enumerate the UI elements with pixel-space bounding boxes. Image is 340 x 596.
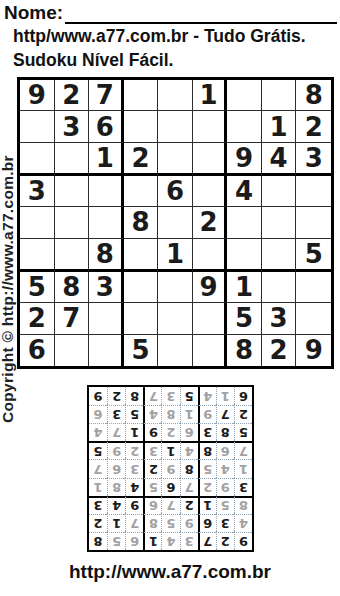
solution-cell: 8 <box>161 405 179 423</box>
solution-cell: 8 <box>125 387 143 405</box>
solution-cell: 8 <box>198 441 216 459</box>
solution-cell: 9 <box>107 441 125 459</box>
solution-cell: 3 <box>125 459 143 477</box>
puzzle-cell: 8 <box>124 207 159 238</box>
puzzle-cell[interactable] <box>124 303 159 334</box>
solution-cell: 6 <box>125 532 143 550</box>
solution-cell: 3 <box>143 441 161 459</box>
solution-cell: 2 <box>89 514 107 532</box>
puzzle-cell[interactable] <box>55 207 90 238</box>
puzzle-cell[interactable] <box>262 80 297 111</box>
puzzle-cell[interactable] <box>124 80 159 111</box>
puzzle-cell: 2 <box>296 111 331 142</box>
puzzle-cell: 9 <box>193 272 228 303</box>
puzzle-cell[interactable] <box>262 207 297 238</box>
puzzle-cell[interactable] <box>193 176 228 207</box>
solution-cell: 7 <box>125 514 143 532</box>
solution-cell: 9 <box>198 405 216 423</box>
puzzle-cell: 8 <box>296 80 331 111</box>
puzzle-cell[interactable] <box>158 335 193 366</box>
puzzle-cell: 1 <box>262 111 297 142</box>
solution-cell: 5 <box>125 405 143 423</box>
puzzle-cell[interactable] <box>296 176 331 207</box>
puzzle-cell[interactable] <box>262 272 297 303</box>
puzzle-cell: 4 <box>262 143 297 176</box>
solution-cell: 4 <box>143 405 161 423</box>
solution-cell: 3 <box>161 387 179 405</box>
puzzle-cell[interactable] <box>296 207 331 238</box>
solution-cell: 9 <box>125 496 143 514</box>
puzzle-cell: 2 <box>55 80 90 111</box>
solution-cell: 6 <box>161 478 179 496</box>
puzzle-cell: 2 <box>20 303 55 334</box>
puzzle-cell[interactable] <box>193 111 228 142</box>
solution-cell: 7 <box>107 423 125 441</box>
solution-cell: 5 <box>198 459 216 477</box>
puzzle-cell: 7 <box>55 303 90 334</box>
solution-cell: 5 <box>143 478 161 496</box>
solution-cell: 8 <box>143 514 161 532</box>
solution-cell: 2 <box>180 496 198 514</box>
puzzle-cell: 3 <box>296 143 331 176</box>
solution-cell: 6 <box>234 387 252 405</box>
solution-cell: 1 <box>216 387 234 405</box>
solution-cell: 5 <box>180 387 198 405</box>
solution-cell: 8 <box>216 423 234 441</box>
puzzle-cell: 1 <box>89 143 124 176</box>
puzzle-cell[interactable] <box>262 239 297 272</box>
puzzle-cell[interactable] <box>262 176 297 207</box>
solution-cell: 8 <box>107 478 125 496</box>
solution-cell: 7 <box>234 441 252 459</box>
solution-cell: 4 <box>234 514 252 532</box>
puzzle-cell: 5 <box>124 335 159 366</box>
puzzle-cell[interactable] <box>55 143 90 176</box>
puzzle-cell: 5 <box>227 303 262 334</box>
puzzle-cell[interactable] <box>193 303 228 334</box>
copyright-vertical: Copyright © http://www.a77.com.br <box>0 129 17 449</box>
puzzle-cell[interactable] <box>296 272 331 303</box>
solution-cell: 7 <box>216 405 234 423</box>
puzzle-cell[interactable] <box>20 207 55 238</box>
solution-cell: 7 <box>198 532 216 550</box>
solution-cell: 3 <box>198 423 216 441</box>
puzzle-cell: 8 <box>227 335 262 366</box>
solution-cell: 7 <box>180 478 198 496</box>
solution-cell: 9 <box>234 532 252 550</box>
puzzle-cell[interactable] <box>55 335 90 366</box>
solution-cell: 4 <box>180 441 198 459</box>
puzzle-cell[interactable] <box>227 80 262 111</box>
puzzle-cell: 1 <box>158 239 193 272</box>
solution-cell: 6 <box>198 514 216 532</box>
puzzle-cell[interactable] <box>158 272 193 303</box>
puzzle-cell[interactable] <box>20 111 55 142</box>
solution-cell: 9 <box>89 387 107 405</box>
puzzle-cell: 3 <box>89 272 124 303</box>
solution-cell: 6 <box>180 423 198 441</box>
solution-cell: 8 <box>180 459 198 477</box>
puzzle-cell[interactable] <box>55 176 90 207</box>
solution-cell: 7 <box>143 387 161 405</box>
puzzle-cell[interactable] <box>193 239 228 272</box>
solution-cell: 4 <box>107 496 125 514</box>
solution-cell: 2 <box>161 423 179 441</box>
solution-cell: 1 <box>107 514 125 532</box>
puzzle-cell[interactable] <box>158 111 193 142</box>
puzzle-cell: 2 <box>262 335 297 366</box>
puzzle-cell[interactable] <box>20 239 55 272</box>
solution-cell: 3 <box>107 405 125 423</box>
solution-cell: 9 <box>180 514 198 532</box>
solution-cell: 3 <box>180 532 198 550</box>
solution-cell: 2 <box>143 459 161 477</box>
puzzle-cell[interactable] <box>89 303 124 334</box>
solution-cell: 6 <box>216 441 234 459</box>
puzzle-cell[interactable] <box>124 111 159 142</box>
puzzle-cell[interactable] <box>296 303 331 334</box>
puzzle-cell[interactable] <box>158 143 193 176</box>
solution-cell: 9 <box>161 459 179 477</box>
puzzle-cell: 6 <box>89 111 124 142</box>
name-label: Nome: <box>4 2 63 24</box>
solution-cell: 8 <box>234 496 252 514</box>
puzzle-cell[interactable] <box>124 272 159 303</box>
solution-cell: 4 <box>216 459 234 477</box>
solution-cell: 2 <box>198 478 216 496</box>
puzzle-cell[interactable] <box>193 143 228 176</box>
difficulty-line: Sudoku Nível Fácil. <box>13 50 173 71</box>
solution-cell: 2 <box>234 405 252 423</box>
puzzle-cell[interactable] <box>124 176 159 207</box>
puzzle-cell[interactable] <box>20 143 55 176</box>
puzzle-cell: 1 <box>227 272 262 303</box>
puzzle-cell[interactable] <box>55 239 90 272</box>
puzzle-cell: 9 <box>227 143 262 176</box>
solution-cell: 1 <box>161 441 179 459</box>
name-row: Nome: <box>4 1 337 24</box>
solution-cell: 6 <box>89 405 107 423</box>
puzzle-cell[interactable] <box>193 335 228 366</box>
solution-cell: 1 <box>125 423 143 441</box>
solution-cell: 3 <box>216 514 234 532</box>
solution-cell: 1 <box>198 496 216 514</box>
puzzle-cell[interactable] <box>227 207 262 238</box>
puzzle-cell[interactable] <box>124 239 159 272</box>
puzzle-cell[interactable] <box>158 303 193 334</box>
solution-cell: 5 <box>234 423 252 441</box>
puzzle-cell[interactable] <box>227 111 262 142</box>
solution-cell: 5 <box>89 441 107 459</box>
puzzle-cell: 5 <box>20 272 55 303</box>
solution-cell: 3 <box>234 478 252 496</box>
solution-cell: 5 <box>161 514 179 532</box>
solution-cell: 7 <box>161 496 179 514</box>
solution-cell: 6 <box>143 496 161 514</box>
puzzle-cell[interactable] <box>89 207 124 238</box>
puzzle-cell: 2 <box>193 207 228 238</box>
puzzle-cell: 8 <box>55 272 90 303</box>
puzzle-cell: 6 <box>158 176 193 207</box>
solution-grid: 9273416584369587128512769433927654811458… <box>87 385 254 552</box>
solution-cell: 5 <box>107 532 125 550</box>
solution-cell: 7 <box>89 459 107 477</box>
puzzle-cell: 6 <box>20 335 55 366</box>
puzzle-cell: 5 <box>296 239 331 272</box>
puzzle-cell: 7 <box>89 80 124 111</box>
solution-cell: 9 <box>216 478 234 496</box>
puzzle-cell: 8 <box>89 239 124 272</box>
solution-cell: 4 <box>125 478 143 496</box>
solution-cell: 1 <box>234 459 252 477</box>
puzzle-cell[interactable] <box>89 176 124 207</box>
footer-url: http://www.a77.com.br <box>0 561 340 583</box>
solution-cell: 6 <box>107 459 125 477</box>
solution-cell: 2 <box>107 387 125 405</box>
puzzle-cell[interactable] <box>227 239 262 272</box>
site-line: http/www.a77.com.br - Tudo Grátis. <box>13 26 306 47</box>
puzzle-cell: 4 <box>227 176 262 207</box>
solution-cell: 9 <box>143 423 161 441</box>
solution-cell: 8 <box>89 532 107 550</box>
puzzle-cell: 3 <box>20 176 55 207</box>
puzzle-cell: 9 <box>296 335 331 366</box>
solution-cell: 4 <box>198 387 216 405</box>
puzzle-grid: 927183612129433648281558391275365829 <box>17 77 334 369</box>
solution-cell: 1 <box>143 532 161 550</box>
puzzle-cell: 1 <box>193 80 228 111</box>
solution-cell: 1 <box>180 405 198 423</box>
solution-cell: 3 <box>89 496 107 514</box>
puzzle-cell: 3 <box>55 111 90 142</box>
solution-cell: 2 <box>216 532 234 550</box>
name-underline <box>65 1 337 24</box>
puzzle-cell: 3 <box>262 303 297 334</box>
solution-cell: 4 <box>89 423 107 441</box>
puzzle-cell[interactable] <box>158 80 193 111</box>
solution-cell: 4 <box>161 532 179 550</box>
puzzle-cell[interactable] <box>89 335 124 366</box>
puzzle-cell[interactable] <box>158 207 193 238</box>
solution-cell: 2 <box>125 441 143 459</box>
puzzle-cell: 9 <box>20 80 55 111</box>
puzzle-cell: 2 <box>124 143 159 176</box>
solution-cell: 1 <box>89 478 107 496</box>
solution-cell: 5 <box>216 496 234 514</box>
